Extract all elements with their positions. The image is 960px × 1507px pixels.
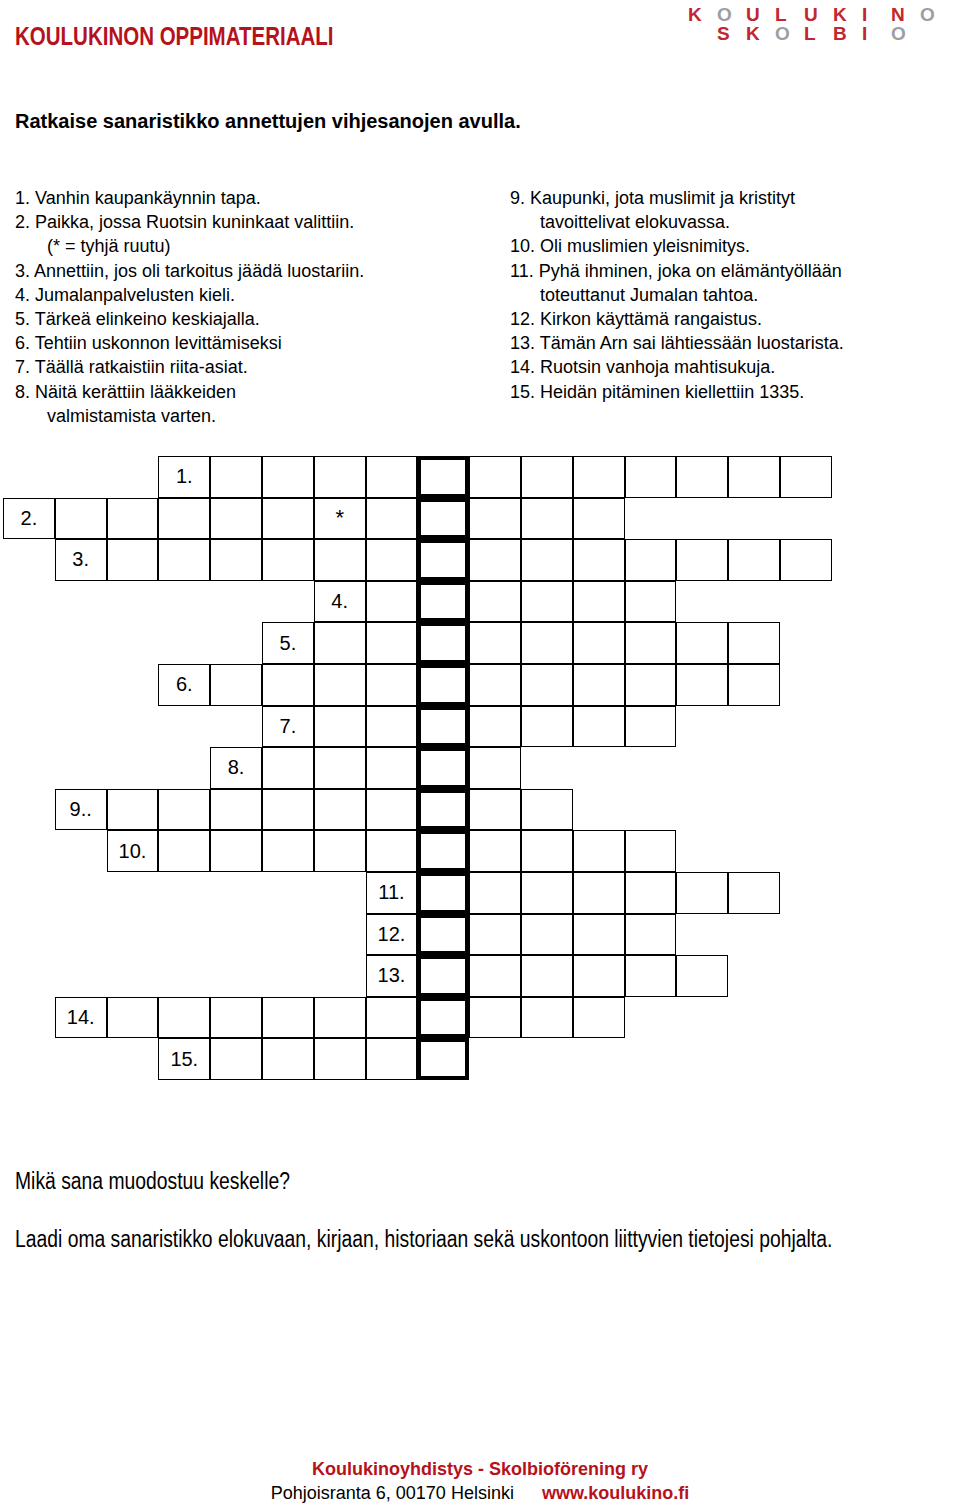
grid-cell[interactable] [366,997,418,1039]
highlight-cell[interactable] [417,456,469,498]
grid-cell[interactable] [573,997,625,1039]
logo-letter: O [920,5,949,24]
grid-cell[interactable] [676,539,728,581]
grid-cell[interactable] [469,539,521,581]
grid-cell[interactable]: 1. [158,456,210,498]
grid-cell[interactable] [521,539,573,581]
grid-cell[interactable] [573,955,625,997]
grid-cell[interactable] [728,539,780,581]
clue-line: valmistamista varten. [15,404,495,428]
highlight-cell[interactable] [417,622,469,664]
grid-cell[interactable] [676,456,728,498]
grid-cell[interactable] [107,997,159,1039]
row-number-label: 10. [119,840,147,863]
grid-cell[interactable] [210,997,262,1039]
grid-cell[interactable] [676,664,728,706]
row-number-label: 6. [176,673,193,696]
grid-cell[interactable] [314,664,366,706]
clue-line: 13. Tämän Arn sai lähtiessään luostarist… [510,331,960,355]
grid-cell[interactable]: 7. [262,706,314,748]
grid-cell[interactable] [55,498,107,540]
footer-website-link[interactable]: www.koulukino.fi [542,1483,689,1503]
highlight-cell[interactable] [417,664,469,706]
clue-line: toteuttanut Jumalan tahtoa. [510,283,960,307]
row-number-label: 11. [378,881,404,904]
grid-cell[interactable] [107,498,159,540]
logo-letter: B [833,24,862,43]
highlight-cell[interactable] [417,914,469,956]
grid-cell[interactable]: 10. [107,830,159,872]
grid-cell[interactable] [573,539,625,581]
row-number-label: 1. [176,465,193,488]
grid-cell[interactable] [210,539,262,581]
logo-letter: K [746,24,775,43]
grid-cell[interactable]: 6. [158,664,210,706]
highlight-cell[interactable] [417,1038,469,1080]
highlight-cell[interactable] [417,706,469,748]
grid-cell[interactable] [728,622,780,664]
logo-letter: O [717,5,746,24]
grid-cell[interactable] [107,789,159,831]
clue-line: 3. Annettiin, jos oli tarkoitus jäädä lu… [15,259,495,283]
grid-cell[interactable] [158,498,210,540]
grid-cell[interactable] [521,581,573,623]
grid-cell[interactable] [521,830,573,872]
grid-cell[interactable] [158,830,210,872]
grid-cell[interactable] [573,456,625,498]
grid-cell[interactable] [573,872,625,914]
grid-cell[interactable] [314,456,366,498]
grid-cell[interactable] [469,706,521,748]
grid-cell[interactable] [314,706,366,748]
clue-line: 5. Tärkeä elinkeino keskiajalla. [15,307,495,331]
clue-line: tavoittelivat elokuvassa. [510,210,960,234]
grid-cell[interactable] [521,498,573,540]
row-number-label: 2. [21,507,38,530]
grid-cell[interactable] [676,955,728,997]
grid-cell[interactable] [262,456,314,498]
grid-cell[interactable] [469,747,521,789]
grid-cell[interactable] [366,456,418,498]
grid-cell[interactable]: 14. [55,997,107,1039]
grid-cell[interactable] [521,456,573,498]
grid-cell[interactable] [625,706,677,748]
grid-cell[interactable] [676,622,728,664]
grid-cell[interactable] [314,789,366,831]
row-number-label: 7. [280,715,297,738]
grid-cell[interactable] [366,664,418,706]
logo-line-skolbio: SKOLBIO [717,24,949,43]
logo-letter: I [862,5,891,24]
grid-cell[interactable] [625,830,677,872]
clue-line: 14. Ruotsin vanhoja mahtisukuja. [510,355,960,379]
grid-cell[interactable] [469,664,521,706]
row-number-label: 8. [228,756,245,779]
grid-cell[interactable] [521,664,573,706]
logo-letter: O [891,24,920,43]
logo-letter: I [862,24,891,43]
clue-line: 8. Näitä kerättiin lääkkeiden [15,380,495,404]
grid-cell[interactable]: 12. [366,914,418,956]
crossword-grid: 1.2.*3.4.5.6.7.8.9..10.11.12.13.14.15. [3,456,832,1080]
grid-cell[interactable] [780,539,832,581]
grid-cell[interactable] [262,539,314,581]
highlight-cell[interactable] [417,997,469,1039]
grid-cell[interactable] [210,1038,262,1080]
grid-cell[interactable] [210,456,262,498]
grid-cell[interactable] [366,789,418,831]
grid-cell[interactable]: 8. [210,747,262,789]
grid-cell[interactable] [158,789,210,831]
grid-cell[interactable] [366,498,418,540]
footer: Koulukinoyhdistys - Skolbioförening ry P… [0,1458,960,1505]
grid-cell[interactable] [366,747,418,789]
grid-cell[interactable] [728,664,780,706]
highlight-cell[interactable] [417,872,469,914]
koulukino-skolbio-logo: KOULUKINO SKOLBIO [688,5,949,43]
row-number-label: 4. [331,590,348,613]
grid-cell[interactable] [469,872,521,914]
highlight-cell[interactable] [417,789,469,831]
logo-letter: L [804,24,833,43]
logo-letter: N [891,5,920,24]
row-number-label: 9.. [70,798,92,821]
grid-cell[interactable] [625,622,677,664]
grid-cell[interactable] [573,830,625,872]
clue-line: 1. Vanhin kaupankäynnin tapa. [15,186,495,210]
logo-letter: S [717,24,746,43]
grid-cell[interactable] [314,747,366,789]
grid-cell[interactable] [625,955,677,997]
grid-cell[interactable] [262,498,314,540]
row-number-label: 3. [72,548,89,571]
grid-cell[interactable] [728,872,780,914]
grid-cell[interactable] [262,789,314,831]
highlight-cell[interactable] [417,539,469,581]
clue-line: 11. Pyhä ihminen, joka on elämäntyöllään [510,259,960,283]
grid-cell[interactable] [314,997,366,1039]
grid-cell[interactable] [314,830,366,872]
worksheet-page: KOULUKINON OPPIMATERIAALI KOULUKINO SKOL… [0,0,960,1507]
grid-cell[interactable] [469,789,521,831]
clue-column-left: 1. Vanhin kaupankäynnin tapa.2. Paikka, … [15,186,495,428]
grid-cell[interactable] [158,539,210,581]
followup-task: Laadi oma sanaristikko elokuvaan, kirjaa… [15,1226,832,1253]
grid-cell[interactable] [469,830,521,872]
highlight-cell[interactable] [417,830,469,872]
grid-cell[interactable] [262,664,314,706]
grid-cell[interactable] [366,706,418,748]
grid-cell[interactable]: 5. [262,622,314,664]
grid-cell[interactable]: 9.. [55,789,107,831]
clue-line: 7. Täällä ratkaistiin riita-asiat. [15,355,495,379]
grid-cell[interactable]: 2. [3,498,55,540]
grid-cell[interactable]: 3. [55,539,107,581]
grid-cell[interactable] [521,914,573,956]
grid-cell[interactable] [521,622,573,664]
logo-letter: U [804,5,833,24]
grid-cell[interactable] [469,914,521,956]
row-number-label: 13. [378,964,406,987]
grid-cell[interactable] [262,1038,314,1080]
footer-address-line: Pohjoisranta 6, 00170 Helsinkiwww.kouluk… [0,1482,960,1506]
grid-cell[interactable] [625,456,677,498]
grid-cell[interactable]: * [314,498,366,540]
grid-cell[interactable] [210,789,262,831]
grid-cell[interactable] [469,581,521,623]
grid-cell[interactable] [521,789,573,831]
row-number-label: 14. [67,1006,95,1029]
grid-cell[interactable] [573,581,625,623]
clue-line: (* = tyhjä ruutu) [15,234,495,258]
star-mark: * [335,505,344,531]
grid-cell[interactable] [780,456,832,498]
clue-line: 4. Jumalanpalvelusten kieli. [15,283,495,307]
grid-cell[interactable] [676,872,728,914]
grid-cell[interactable] [366,830,418,872]
grid-cell[interactable] [469,997,521,1039]
logo-letter: L [775,5,804,24]
clue-line: 2. Paikka, jossa Ruotsin kuninkaat valit… [15,210,495,234]
grid-cell[interactable]: 15. [158,1038,210,1080]
grid-cell[interactable] [366,539,418,581]
clue-line: 15. Heidän pitäminen kiellettiin 1335. [510,380,960,404]
center-word-question: Mikä sana muodostuu keskelle? [15,1168,290,1195]
row-number-label: 12. [378,923,406,946]
footer-organization: Koulukinoyhdistys - Skolbioförening ry [0,1458,960,1482]
grid-cell[interactable] [262,997,314,1039]
grid-cell[interactable] [469,955,521,997]
highlight-cell[interactable] [417,747,469,789]
grid-cell[interactable] [573,914,625,956]
grid-cell[interactable] [262,747,314,789]
grid-cell[interactable] [210,498,262,540]
grid-cell[interactable] [314,1038,366,1080]
logo-letter: O [775,24,804,43]
grid-cell[interactable] [469,456,521,498]
grid-cell[interactable] [625,664,677,706]
logo-letter: K [833,5,862,24]
grid-cell[interactable] [625,539,677,581]
grid-cell[interactable] [469,498,521,540]
logo-letter: K [688,5,717,24]
clue-column-right: 9. Kaupunki, jota muslimit ja kristitytt… [510,186,960,404]
grid-cell[interactable] [625,872,677,914]
grid-cell[interactable] [210,830,262,872]
logo-line-koulukino: KOULUKINO [688,5,949,24]
row-number-label: 5. [280,632,297,655]
grid-cell[interactable]: 11. [366,872,418,914]
grid-cell[interactable] [521,997,573,1039]
grid-cell[interactable] [728,456,780,498]
grid-cell[interactable] [521,872,573,914]
highlight-cell[interactable] [417,581,469,623]
grid-cell[interactable] [573,498,625,540]
grid-cell[interactable]: 13. [366,955,418,997]
grid-cell[interactable] [210,664,262,706]
brand-title: KOULUKINON OPPIMATERIAALI [15,22,334,51]
grid-cell[interactable] [573,706,625,748]
grid-cell[interactable] [573,622,625,664]
highlight-cell[interactable] [417,498,469,540]
grid-cell[interactable] [625,581,677,623]
grid-cell[interactable] [262,830,314,872]
grid-cell[interactable] [469,622,521,664]
grid-cell[interactable] [625,914,677,956]
page-title: Ratkaise sanaristikko annettujen vihjesa… [15,110,521,133]
row-number-label: 15. [170,1048,198,1071]
grid-cell[interactable] [366,1038,418,1080]
grid-cell[interactable] [366,581,418,623]
grid-cell[interactable] [314,539,366,581]
logo-letter: U [746,5,775,24]
clue-line: 9. Kaupunki, jota muslimit ja kristityt [510,186,960,210]
grid-cell[interactable]: 4. [314,581,366,623]
grid-cell[interactable] [314,622,366,664]
highlight-cell[interactable] [417,955,469,997]
grid-cell[interactable] [158,997,210,1039]
grid-cell[interactable] [107,539,159,581]
grid-cell[interactable] [521,706,573,748]
grid-cell[interactable] [521,955,573,997]
grid-cell[interactable] [573,664,625,706]
clue-line: 6. Tehtiin uskonnon levittämiseksi [15,331,495,355]
grid-cell[interactable] [366,622,418,664]
clue-line: 12. Kirkon käyttämä rangaistus. [510,307,960,331]
footer-address: Pohjoisranta 6, 00170 Helsinki [271,1483,514,1503]
clue-line: 10. Oli muslimien yleisnimitys. [510,234,960,258]
